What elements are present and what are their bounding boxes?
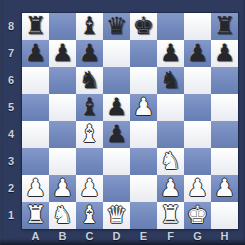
- square-f4[interactable]: [157, 121, 184, 148]
- file-label-d: D: [103, 229, 130, 245]
- chess-diagram: 87654321 ♜♝♛♚♜♟♟♟♟♟♟♞♞♝♟♟♝♟♞♟♟♟♟♟♟♜♞♝♛♜♚…: [0, 0, 245, 245]
- piece-black-bishop: ♝: [76, 94, 103, 121]
- piece-black-pawn: ♟: [103, 121, 130, 148]
- square-b8[interactable]: [49, 13, 76, 40]
- square-d5[interactable]: ♟: [103, 94, 130, 121]
- rank-label-8: 8: [0, 13, 22, 40]
- piece-black-pawn: ♟: [49, 40, 76, 67]
- file-label-g: G: [184, 229, 211, 245]
- square-c1[interactable]: ♝: [76, 202, 103, 229]
- square-e8[interactable]: ♚: [130, 13, 157, 40]
- square-f3[interactable]: ♞: [157, 148, 184, 175]
- piece-black-pawn: ♟: [22, 40, 49, 67]
- square-h4[interactable]: [211, 121, 238, 148]
- square-f5[interactable]: [157, 94, 184, 121]
- square-a5[interactable]: [22, 94, 49, 121]
- square-h5[interactable]: [211, 94, 238, 121]
- square-h7[interactable]: ♟: [211, 40, 238, 67]
- square-b7[interactable]: ♟: [49, 40, 76, 67]
- piece-white-queen: ♛: [103, 202, 130, 229]
- file-label-f: F: [157, 229, 184, 245]
- piece-white-bishop: ♝: [76, 121, 103, 148]
- square-a4[interactable]: [22, 121, 49, 148]
- square-d4[interactable]: ♟: [103, 121, 130, 148]
- piece-black-pawn: ♟: [157, 40, 184, 67]
- square-d1[interactable]: ♛: [103, 202, 130, 229]
- piece-black-rook: ♜: [211, 13, 238, 40]
- piece-white-bishop: ♝: [76, 202, 103, 229]
- square-e6[interactable]: [130, 67, 157, 94]
- rank-label-2: 2: [0, 175, 22, 202]
- piece-white-pawn: ♟: [130, 94, 157, 121]
- square-g4[interactable]: [184, 121, 211, 148]
- piece-white-pawn: ♟: [211, 175, 238, 202]
- file-label-e: E: [130, 229, 157, 245]
- square-c5[interactable]: ♝: [76, 94, 103, 121]
- square-h3[interactable]: [211, 148, 238, 175]
- square-b2[interactable]: ♟: [49, 175, 76, 202]
- square-f2[interactable]: ♟: [157, 175, 184, 202]
- square-e5[interactable]: ♟: [130, 94, 157, 121]
- piece-white-rook: ♜: [22, 202, 49, 229]
- piece-white-pawn: ♟: [76, 175, 103, 202]
- piece-white-knight: ♞: [49, 202, 76, 229]
- piece-black-rook: ♜: [22, 13, 49, 40]
- square-a3[interactable]: [22, 148, 49, 175]
- square-d8[interactable]: ♛: [103, 13, 130, 40]
- file-label-b: B: [49, 229, 76, 245]
- piece-black-knight: ♞: [76, 67, 103, 94]
- rank-label-1: 1: [0, 202, 22, 229]
- square-g2[interactable]: ♟: [184, 175, 211, 202]
- square-e1[interactable]: [130, 202, 157, 229]
- square-a2[interactable]: ♟: [22, 175, 49, 202]
- square-c6[interactable]: ♞: [76, 67, 103, 94]
- piece-black-knight: ♞: [157, 67, 184, 94]
- rank-label-4: 4: [0, 121, 22, 148]
- rank-label-3: 3: [0, 148, 22, 175]
- square-h2[interactable]: ♟: [211, 175, 238, 202]
- square-a7[interactable]: ♟: [22, 40, 49, 67]
- square-f7[interactable]: ♟: [157, 40, 184, 67]
- square-c7[interactable]: ♟: [76, 40, 103, 67]
- square-h8[interactable]: ♜: [211, 13, 238, 40]
- piece-white-rook: ♜: [157, 202, 184, 229]
- piece-black-bishop: ♝: [76, 13, 103, 40]
- square-c3[interactable]: [76, 148, 103, 175]
- rank-label-6: 6: [0, 67, 22, 94]
- square-c2[interactable]: ♟: [76, 175, 103, 202]
- rank-label-7: 7: [0, 40, 22, 67]
- square-a1[interactable]: ♜: [22, 202, 49, 229]
- square-d3[interactable]: [103, 148, 130, 175]
- piece-black-pawn: ♟: [184, 40, 211, 67]
- file-label-h: H: [211, 229, 238, 245]
- square-h6[interactable]: [211, 67, 238, 94]
- square-g7[interactable]: ♟: [184, 40, 211, 67]
- square-b6[interactable]: [49, 67, 76, 94]
- file-label-c: C: [76, 229, 103, 245]
- square-b4[interactable]: [49, 121, 76, 148]
- square-g1[interactable]: ♚: [184, 202, 211, 229]
- square-g3[interactable]: [184, 148, 211, 175]
- piece-white-king: ♚: [184, 202, 211, 229]
- square-g6[interactable]: [184, 67, 211, 94]
- square-h1[interactable]: [211, 202, 238, 229]
- square-e3[interactable]: [130, 148, 157, 175]
- piece-white-pawn: ♟: [157, 175, 184, 202]
- piece-black-pawn: ♟: [211, 40, 238, 67]
- square-f1[interactable]: ♜: [157, 202, 184, 229]
- piece-white-knight: ♞: [157, 148, 184, 175]
- piece-black-pawn: ♟: [103, 94, 130, 121]
- square-a6[interactable]: [22, 67, 49, 94]
- square-d6[interactable]: [103, 67, 130, 94]
- square-b3[interactable]: [49, 148, 76, 175]
- piece-white-pawn: ♟: [49, 175, 76, 202]
- square-c4[interactable]: ♝: [76, 121, 103, 148]
- square-b5[interactable]: [49, 94, 76, 121]
- square-f8[interactable]: [157, 13, 184, 40]
- square-a8[interactable]: ♜: [22, 13, 49, 40]
- file-labels: ABCDEFGH: [22, 229, 238, 245]
- piece-white-pawn: ♟: [184, 175, 211, 202]
- square-g5[interactable]: [184, 94, 211, 121]
- chess-board: ♜♝♛♚♜♟♟♟♟♟♟♞♞♝♟♟♝♟♞♟♟♟♟♟♟♜♞♝♛♜♚: [22, 13, 238, 229]
- square-b1[interactable]: ♞: [49, 202, 76, 229]
- square-d7[interactable]: [103, 40, 130, 67]
- rank-labels: 87654321: [0, 13, 22, 229]
- square-e4[interactable]: [130, 121, 157, 148]
- rank-label-5: 5: [0, 94, 22, 121]
- square-c8[interactable]: ♝: [76, 13, 103, 40]
- piece-black-queen: ♛: [103, 13, 130, 40]
- piece-black-king: ♚: [130, 13, 157, 40]
- square-e7[interactable]: [130, 40, 157, 67]
- square-g8[interactable]: [184, 13, 211, 40]
- square-e2[interactable]: [130, 175, 157, 202]
- square-f6[interactable]: ♞: [157, 67, 184, 94]
- file-label-a: A: [22, 229, 49, 245]
- piece-white-pawn: ♟: [22, 175, 49, 202]
- square-d2[interactable]: [103, 175, 130, 202]
- piece-black-pawn: ♟: [76, 40, 103, 67]
